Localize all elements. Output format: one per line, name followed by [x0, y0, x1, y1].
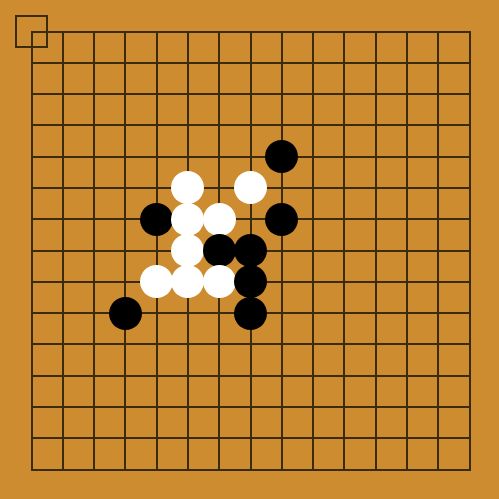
- board-cell[interactable]: [188, 407, 219, 438]
- board-cell[interactable]: [407, 188, 438, 219]
- board-cell[interactable]: [157, 313, 188, 344]
- board-cell[interactable]: [63, 251, 94, 282]
- board-cell[interactable]: [125, 94, 156, 125]
- board-cell[interactable]: [282, 344, 313, 375]
- board-cell[interactable]: [32, 63, 63, 94]
- board-cell[interactable]: [188, 94, 219, 125]
- board-cell[interactable]: [376, 63, 407, 94]
- board-cell[interactable]: [344, 157, 375, 188]
- board-cell[interactable]: [376, 125, 407, 156]
- board-cell[interactable]: [344, 438, 375, 469]
- board-cell[interactable]: [63, 94, 94, 125]
- board-cell[interactable]: [32, 94, 63, 125]
- board-cell[interactable]: [125, 125, 156, 156]
- board-cell[interactable]: [407, 344, 438, 375]
- board-cell[interactable]: [219, 407, 250, 438]
- board-cell[interactable]: [282, 282, 313, 313]
- board-cell[interactable]: [438, 63, 469, 94]
- board-cell[interactable]: [188, 125, 219, 156]
- board-cell[interactable]: [376, 188, 407, 219]
- board-cell[interactable]: [251, 376, 282, 407]
- board-cell[interactable]: [251, 94, 282, 125]
- board-cell[interactable]: [438, 32, 469, 63]
- board-cell[interactable]: [63, 376, 94, 407]
- board-cell[interactable]: [344, 32, 375, 63]
- board-cell[interactable]: [344, 125, 375, 156]
- board-cell[interactable]: [407, 94, 438, 125]
- board-cell[interactable]: [344, 344, 375, 375]
- board-cell[interactable]: [407, 438, 438, 469]
- board-cell[interactable]: [94, 376, 125, 407]
- board-cell[interactable]: [344, 282, 375, 313]
- stone-black[interactable]: [140, 203, 173, 236]
- board-cell[interactable]: [188, 438, 219, 469]
- board-cell[interactable]: [376, 251, 407, 282]
- board-cell[interactable]: [32, 251, 63, 282]
- board-cell[interactable]: [63, 157, 94, 188]
- board-cell[interactable]: [188, 344, 219, 375]
- board-cell[interactable]: [376, 219, 407, 250]
- board-cell[interactable]: [376, 157, 407, 188]
- board-cell[interactable]: [125, 157, 156, 188]
- board-cell[interactable]: [282, 376, 313, 407]
- board-cell[interactable]: [157, 376, 188, 407]
- board-cell[interactable]: [407, 63, 438, 94]
- board-cell[interactable]: [94, 344, 125, 375]
- board-cell[interactable]: [282, 438, 313, 469]
- board-cell[interactable]: [94, 94, 125, 125]
- board-cell[interactable]: [157, 63, 188, 94]
- board-cell[interactable]: [63, 282, 94, 313]
- board-cell[interactable]: [344, 251, 375, 282]
- board-cell[interactable]: [32, 157, 63, 188]
- board-cell[interactable]: [157, 407, 188, 438]
- board-cell[interactable]: [282, 32, 313, 63]
- board-cell[interactable]: [125, 63, 156, 94]
- board-cell[interactable]: [407, 376, 438, 407]
- board-cell[interactable]: [94, 63, 125, 94]
- board-cell[interactable]: [251, 438, 282, 469]
- board-cell[interactable]: [344, 376, 375, 407]
- go-board[interactable]: [0, 0, 499, 499]
- board-cell[interactable]: [219, 376, 250, 407]
- board-cell[interactable]: [407, 282, 438, 313]
- board-cell[interactable]: [313, 63, 344, 94]
- board-cell[interactable]: [63, 407, 94, 438]
- board-cell[interactable]: [438, 438, 469, 469]
- board-cell[interactable]: [407, 219, 438, 250]
- board-cell[interactable]: [313, 94, 344, 125]
- board-cell[interactable]: [282, 94, 313, 125]
- board-cell[interactable]: [282, 313, 313, 344]
- board-cell[interactable]: [157, 94, 188, 125]
- board-cell[interactable]: [376, 438, 407, 469]
- board-cell[interactable]: [94, 219, 125, 250]
- board-cell[interactable]: [219, 94, 250, 125]
- board-cell[interactable]: [438, 125, 469, 156]
- board-cell[interactable]: [251, 63, 282, 94]
- board-cell[interactable]: [438, 344, 469, 375]
- board-cell[interactable]: [32, 188, 63, 219]
- board-cell[interactable]: [313, 376, 344, 407]
- board-cell[interactable]: [313, 251, 344, 282]
- board-cell[interactable]: [251, 344, 282, 375]
- board-cell[interactable]: [251, 32, 282, 63]
- board-cell[interactable]: [94, 438, 125, 469]
- board-cell[interactable]: [32, 219, 63, 250]
- board-cell[interactable]: [219, 63, 250, 94]
- board-cell[interactable]: [32, 438, 63, 469]
- stone-white[interactable]: [203, 265, 236, 298]
- board-cell[interactable]: [32, 376, 63, 407]
- board-cell[interactable]: [157, 32, 188, 63]
- board-cell[interactable]: [376, 282, 407, 313]
- board-cell[interactable]: [32, 282, 63, 313]
- board-cell[interactable]: [313, 188, 344, 219]
- board-cell[interactable]: [125, 438, 156, 469]
- board-cell[interactable]: [63, 438, 94, 469]
- board-cell[interactable]: [157, 125, 188, 156]
- board-cell[interactable]: [125, 407, 156, 438]
- board-cell[interactable]: [94, 32, 125, 63]
- board-cell[interactable]: [32, 313, 63, 344]
- board-cell[interactable]: [63, 125, 94, 156]
- board-cell[interactable]: [63, 313, 94, 344]
- board-cell[interactable]: [438, 219, 469, 250]
- board-cell[interactable]: [344, 313, 375, 344]
- stone-black[interactable]: [234, 234, 267, 267]
- board-cell[interactable]: [219, 32, 250, 63]
- board-cell[interactable]: [219, 344, 250, 375]
- board-cell[interactable]: [407, 157, 438, 188]
- board-cell[interactable]: [313, 313, 344, 344]
- board-cell[interactable]: [313, 219, 344, 250]
- board-cell[interactable]: [32, 125, 63, 156]
- board-cell[interactable]: [313, 157, 344, 188]
- board-cell[interactable]: [94, 125, 125, 156]
- board-cell[interactable]: [344, 63, 375, 94]
- board-cell[interactable]: [282, 63, 313, 94]
- stone-black[interactable]: [109, 297, 142, 330]
- board-cell[interactable]: [438, 282, 469, 313]
- board-cell[interactable]: [407, 407, 438, 438]
- board-cell[interactable]: [376, 32, 407, 63]
- board-cell[interactable]: [188, 313, 219, 344]
- board-cell[interactable]: [376, 344, 407, 375]
- board-cell[interactable]: [94, 251, 125, 282]
- board-cell[interactable]: [188, 63, 219, 94]
- board-cell[interactable]: [125, 376, 156, 407]
- board-cell[interactable]: [376, 94, 407, 125]
- board-cell[interactable]: [63, 219, 94, 250]
- board-cell[interactable]: [438, 94, 469, 125]
- board-cell[interactable]: [63, 344, 94, 375]
- board-cell[interactable]: [407, 32, 438, 63]
- board-cell[interactable]: [125, 344, 156, 375]
- board-cell[interactable]: [438, 313, 469, 344]
- board-cell[interactable]: [63, 188, 94, 219]
- board-cell[interactable]: [94, 157, 125, 188]
- stone-black[interactable]: [234, 297, 267, 330]
- board-cell[interactable]: [63, 32, 94, 63]
- board-cell[interactable]: [376, 313, 407, 344]
- board-cell[interactable]: [157, 438, 188, 469]
- board-cell[interactable]: [438, 407, 469, 438]
- board-cell[interactable]: [344, 219, 375, 250]
- board-cell[interactable]: [407, 313, 438, 344]
- board-cell[interactable]: [32, 407, 63, 438]
- board-cell[interactable]: [282, 251, 313, 282]
- stone-black[interactable]: [203, 234, 236, 267]
- board-cell[interactable]: [313, 32, 344, 63]
- stone-white[interactable]: [203, 203, 236, 236]
- board-cell[interactable]: [219, 438, 250, 469]
- board-cell[interactable]: [313, 407, 344, 438]
- board-cell[interactable]: [282, 407, 313, 438]
- board-cell[interactable]: [438, 188, 469, 219]
- board-cell[interactable]: [438, 251, 469, 282]
- board-cell[interactable]: [251, 407, 282, 438]
- board-cell[interactable]: [94, 188, 125, 219]
- board-cell[interactable]: [219, 125, 250, 156]
- board-cell[interactable]: [313, 282, 344, 313]
- board-cell[interactable]: [376, 407, 407, 438]
- board-cell[interactable]: [376, 376, 407, 407]
- board-cell[interactable]: [157, 344, 188, 375]
- board-cell[interactable]: [188, 32, 219, 63]
- board-cell[interactable]: [438, 157, 469, 188]
- board-cell[interactable]: [407, 125, 438, 156]
- board-cell[interactable]: [344, 407, 375, 438]
- board-cell[interactable]: [344, 188, 375, 219]
- board-cell[interactable]: [32, 344, 63, 375]
- stone-black[interactable]: [265, 203, 298, 236]
- board-cell[interactable]: [313, 438, 344, 469]
- board-cell[interactable]: [188, 376, 219, 407]
- board-cell[interactable]: [313, 344, 344, 375]
- board-cell[interactable]: [344, 94, 375, 125]
- board-cell[interactable]: [94, 407, 125, 438]
- board-cell[interactable]: [63, 63, 94, 94]
- stone-white[interactable]: [171, 203, 204, 236]
- board-cell[interactable]: [125, 32, 156, 63]
- board-cell[interactable]: [407, 251, 438, 282]
- board-cell[interactable]: [438, 376, 469, 407]
- corner-marker-icon: [15, 15, 48, 48]
- board-cell[interactable]: [313, 125, 344, 156]
